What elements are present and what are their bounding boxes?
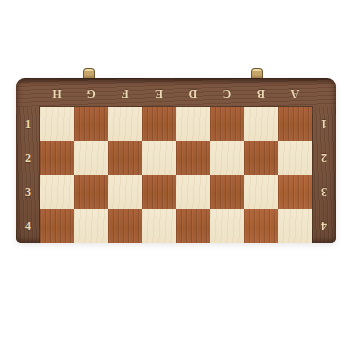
- square-h2: [40, 141, 74, 175]
- square-h3: [40, 175, 74, 209]
- product-photo-stage: HGFEDCBA 1234 1234: [0, 0, 350, 350]
- square-e4: [142, 209, 176, 243]
- square-g1: [74, 107, 108, 141]
- square-h1: [40, 107, 74, 141]
- square-d3: [176, 175, 210, 209]
- square-e1: [142, 107, 176, 141]
- file-label: C: [210, 78, 244, 107]
- square-b4: [244, 209, 278, 243]
- file-label: G: [74, 78, 108, 107]
- square-b1: [244, 107, 278, 141]
- square-h4: [40, 209, 74, 243]
- square-f1: [108, 107, 142, 141]
- file-label: D: [176, 78, 210, 107]
- square-d2: [176, 141, 210, 175]
- square-e2: [142, 141, 176, 175]
- file-labels-row: HGFEDCBA: [40, 78, 312, 107]
- file-label: A: [278, 78, 312, 107]
- square-a4: [278, 209, 312, 243]
- square-f4: [108, 209, 142, 243]
- file-label: F: [108, 78, 142, 107]
- rank-label-left: 1: [16, 107, 40, 141]
- square-b3: [244, 175, 278, 209]
- rank-label-right: 1: [312, 107, 336, 141]
- folded-chess-board-box: HGFEDCBA 1234 1234: [16, 78, 336, 243]
- rank-label-left: 4: [16, 209, 40, 243]
- chess-board-grid: [40, 107, 312, 243]
- square-a2: [278, 141, 312, 175]
- square-c4: [210, 209, 244, 243]
- square-d1: [176, 107, 210, 141]
- square-e3: [142, 175, 176, 209]
- square-c1: [210, 107, 244, 141]
- square-f3: [108, 175, 142, 209]
- rank-label-right: 4: [312, 209, 336, 243]
- square-c3: [210, 175, 244, 209]
- square-a1: [278, 107, 312, 141]
- square-d4: [176, 209, 210, 243]
- rank-labels-right: 1234: [312, 107, 336, 243]
- square-g4: [74, 209, 108, 243]
- file-label: B: [244, 78, 278, 107]
- file-label: H: [40, 78, 74, 107]
- rank-label-right: 3: [312, 175, 336, 209]
- rank-labels-left: 1234: [16, 107, 40, 243]
- square-f2: [108, 141, 142, 175]
- file-label: E: [142, 78, 176, 107]
- square-g3: [74, 175, 108, 209]
- rank-label-right: 2: [312, 141, 336, 175]
- square-c2: [210, 141, 244, 175]
- square-g2: [74, 141, 108, 175]
- square-a3: [278, 175, 312, 209]
- square-b2: [244, 141, 278, 175]
- rank-label-left: 3: [16, 175, 40, 209]
- rank-label-left: 2: [16, 141, 40, 175]
